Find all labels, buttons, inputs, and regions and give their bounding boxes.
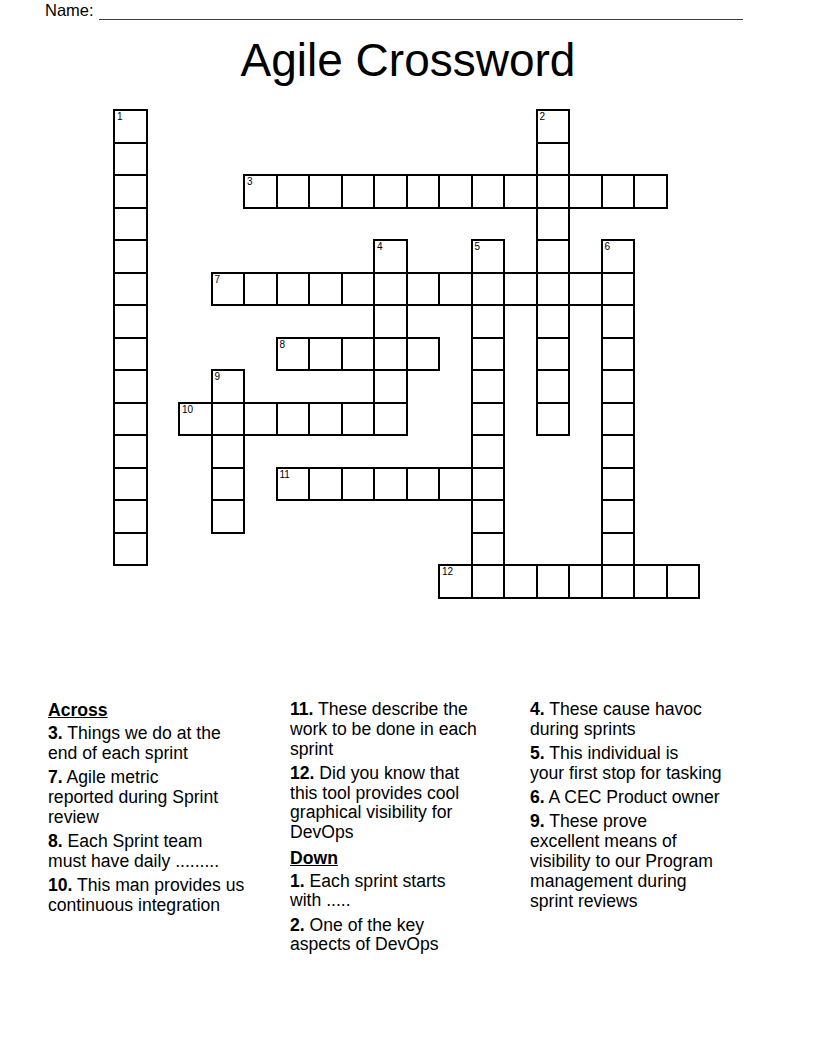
cell-r14c10[interactable]: 12 (438, 564, 473, 599)
cell-r1c0[interactable] (113, 142, 148, 177)
cell-r10c0[interactable] (113, 434, 148, 469)
cell-number-4: 4 (377, 241, 383, 253)
clue-number: 10. (48, 875, 72, 895)
cell-r5c11[interactable] (471, 272, 506, 307)
clue-text: Each Sprint team must have daily .......… (48, 831, 219, 871)
clue-down-1: 1. Each sprint starts with ..... (290, 872, 530, 912)
cell-r2c5[interactable] (276, 174, 311, 209)
cell-r8c13[interactable] (536, 369, 571, 404)
cell-r11c5[interactable]: 11 (276, 467, 311, 502)
cell-r2c7[interactable] (341, 174, 376, 209)
cell-number-11: 11 (280, 469, 290, 481)
cell-r9c3[interactable] (211, 402, 246, 437)
cell-r8c8[interactable] (373, 369, 408, 404)
cell-r9c2[interactable]: 10 (178, 402, 213, 437)
cell-r2c13[interactable] (536, 174, 571, 209)
cell-r5c13[interactable] (536, 272, 571, 307)
cell-r2c14[interactable] (568, 174, 603, 209)
cell-r5c3[interactable]: 7 (211, 272, 246, 307)
cell-r12c3[interactable] (211, 499, 246, 534)
cell-r2c6[interactable] (308, 174, 343, 209)
cell-r12c11[interactable] (471, 499, 506, 534)
cell-r13c0[interactable] (113, 532, 148, 567)
cell-r14c11[interactable] (471, 564, 506, 599)
cell-r7c15[interactable] (601, 337, 636, 372)
cell-number-12: 12 (442, 566, 453, 578)
cell-r2c8[interactable] (373, 174, 408, 209)
cell-r5c7[interactable] (341, 272, 376, 307)
cell-r9c5[interactable] (276, 402, 311, 437)
clue-across-11: 11. These describe the work to be done i… (290, 700, 530, 759)
cell-number-7: 7 (215, 274, 221, 286)
cell-r10c3[interactable] (211, 434, 246, 469)
clue-number: 7. (48, 767, 63, 787)
clue-number: 9. (530, 811, 545, 831)
cell-r14c13[interactable] (536, 564, 571, 599)
cell-r7c8[interactable] (373, 337, 408, 372)
clue-column-2: 11. These describe the work to be done i… (290, 700, 530, 960)
cell-r6c13[interactable] (536, 304, 571, 339)
cell-r9c7[interactable] (341, 402, 376, 437)
cell-r7c0[interactable] (113, 337, 148, 372)
cell-r8c11[interactable] (471, 369, 506, 404)
cell-number-1: 1 (117, 111, 123, 123)
cell-number-6: 6 (605, 241, 611, 253)
cell-r4c11[interactable]: 5 (471, 239, 506, 274)
clue-number: 5. (530, 743, 545, 763)
clue-number: 3. (48, 723, 63, 743)
cell-r11c8[interactable] (373, 467, 408, 502)
cell-r14c15[interactable] (601, 564, 636, 599)
clue-number: 11. (290, 699, 314, 719)
cell-r5c14[interactable] (568, 272, 603, 307)
cell-r9c6[interactable] (308, 402, 343, 437)
cell-r5c12[interactable] (503, 272, 538, 307)
cell-r7c13[interactable] (536, 337, 571, 372)
cell-r5c0[interactable] (113, 272, 148, 307)
clue-text: Agile metric reported during Sprint revi… (48, 767, 218, 827)
cell-r7c11[interactable] (471, 337, 506, 372)
cell-r10c11[interactable] (471, 434, 506, 469)
clue-down-9: 9. These prove excellent means of visibi… (530, 812, 784, 911)
cell-r8c15[interactable] (601, 369, 636, 404)
cell-r12c15[interactable] (601, 499, 636, 534)
cell-r2c16[interactable] (633, 174, 668, 209)
clue-text: One of the key aspects of DevOps (290, 915, 439, 955)
cell-r9c13[interactable] (536, 402, 571, 437)
cell-r6c8[interactable] (373, 304, 408, 339)
clue-number: 6. (530, 787, 545, 807)
clue-number: 4. (530, 699, 545, 719)
page-title: Agile Crossword (0, 32, 816, 88)
cell-r11c11[interactable] (471, 467, 506, 502)
cell-r2c10[interactable] (438, 174, 473, 209)
clue-across-8: 8. Each Sprint team must have daily ....… (48, 832, 290, 872)
cell-number-8: 8 (280, 339, 286, 351)
cell-r2c0[interactable] (113, 174, 148, 209)
cell-r0c13[interactable]: 2 (536, 109, 571, 144)
cell-r11c10[interactable] (438, 467, 473, 502)
name-row: Name: (45, 1, 743, 20)
clue-down-5: 5. This individual is your first stop fo… (530, 744, 784, 784)
cell-r2c11[interactable] (471, 174, 506, 209)
cell-r5c10[interactable] (438, 272, 473, 307)
cell-r14c17[interactable] (666, 564, 701, 599)
cell-r2c15[interactable] (601, 174, 636, 209)
cell-r2c4[interactable]: 3 (243, 174, 278, 209)
clue-text: These cause havoc during sprints (530, 699, 702, 739)
clue-text: Did you know that this tool provides coo… (290, 763, 459, 842)
down-header: Down (290, 848, 530, 869)
cell-r1c13[interactable] (536, 142, 571, 177)
cell-r5c4[interactable] (243, 272, 278, 307)
clue-column-3: 4. These cause havoc during sprints5. Th… (530, 700, 784, 960)
name-label: Name: (45, 1, 94, 20)
cell-r5c9[interactable] (406, 272, 441, 307)
cell-r10c15[interactable] (601, 434, 636, 469)
cell-number-10: 10 (182, 404, 193, 416)
clue-text: These describe the work to be done in ea… (290, 699, 477, 759)
cell-r4c0[interactable] (113, 239, 148, 274)
cell-r11c9[interactable] (406, 467, 441, 502)
cell-r11c3[interactable] (211, 467, 246, 502)
crossword-board: 123456789101112 (114, 110, 701, 599)
clue-text: Each sprint starts with ..... (290, 871, 446, 911)
clue-number: 8. (48, 831, 63, 851)
cell-r14c16[interactable] (633, 564, 668, 599)
clue-number: 1. (290, 871, 305, 891)
cell-r7c7[interactable] (341, 337, 376, 372)
clue-across-3: 3. Things we do at the end of each sprin… (48, 724, 290, 764)
name-input-line[interactable] (99, 3, 743, 20)
cell-r14c12[interactable] (503, 564, 538, 599)
cell-r5c8[interactable] (373, 272, 408, 307)
cell-r0c0[interactable]: 1 (113, 109, 148, 144)
worksheet-page: Name: Agile Crossword 123456789101112 Ac… (0, 0, 816, 1056)
clue-text: This man provides us continuous integrat… (48, 875, 244, 915)
cell-r14c14[interactable] (568, 564, 603, 599)
cell-r9c8[interactable] (373, 402, 408, 437)
cell-r2c9[interactable] (406, 174, 441, 209)
cell-r8c3[interactable]: 9 (211, 369, 246, 404)
cell-r3c13[interactable] (536, 207, 571, 242)
across-header: Across (48, 700, 290, 721)
clue-number: 2. (290, 915, 305, 935)
cell-r11c7[interactable] (341, 467, 376, 502)
cell-r8c0[interactable] (113, 369, 148, 404)
clue-down-6: 6. A CEC Product owner (530, 788, 784, 808)
clue-down-4: 4. These cause havoc during sprints (530, 700, 784, 740)
cell-r4c15[interactable]: 6 (601, 239, 636, 274)
cell-r7c9[interactable] (406, 337, 441, 372)
cell-r5c6[interactable] (308, 272, 343, 307)
cell-r7c6[interactable] (308, 337, 343, 372)
cell-number-3: 3 (247, 176, 253, 188)
cell-r4c13[interactable] (536, 239, 571, 274)
cell-r6c0[interactable] (113, 304, 148, 339)
clue-text: These prove excellent means of visibilit… (530, 811, 713, 910)
cell-r3c0[interactable] (113, 207, 148, 242)
cell-r6c11[interactable] (471, 304, 506, 339)
clue-text: A CEC Product owner (545, 787, 720, 807)
cell-r13c15[interactable] (601, 532, 636, 567)
cell-number-9: 9 (215, 371, 221, 383)
cell-r12c0[interactable] (113, 499, 148, 534)
clue-number: 12. (290, 763, 314, 783)
clue-text: This individual is your first stop for t… (530, 743, 722, 783)
cell-r9c11[interactable] (471, 402, 506, 437)
cell-r11c6[interactable] (308, 467, 343, 502)
cell-r9c15[interactable] (601, 402, 636, 437)
clue-down-2: 2. One of the key aspects of DevOps (290, 916, 530, 956)
cell-r11c0[interactable] (113, 467, 148, 502)
cell-r5c15[interactable] (601, 272, 636, 307)
cell-r13c11[interactable] (471, 532, 506, 567)
cell-r7c5[interactable]: 8 (276, 337, 311, 372)
clue-text: Things we do at the end of each sprint (48, 723, 221, 763)
clue-column-1: Across3. Things we do at the end of each… (48, 700, 290, 960)
cell-number-2: 2 (540, 111, 546, 123)
cell-r6c15[interactable] (601, 304, 636, 339)
cell-r5c5[interactable] (276, 272, 311, 307)
cell-r9c4[interactable] (243, 402, 278, 437)
cell-number-5: 5 (475, 241, 481, 253)
clue-across-7: 7. Agile metric reported during Sprint r… (48, 768, 290, 827)
clue-across-12: 12. Did you know that this tool provides… (290, 764, 530, 843)
cell-r4c8[interactable]: 4 (373, 239, 408, 274)
cell-r11c15[interactable] (601, 467, 636, 502)
cell-r2c12[interactable] (503, 174, 538, 209)
clues-section: Across3. Things we do at the end of each… (48, 700, 784, 960)
clue-across-10: 10. This man provides us continuous inte… (48, 876, 290, 916)
cell-r9c0[interactable] (113, 402, 148, 437)
